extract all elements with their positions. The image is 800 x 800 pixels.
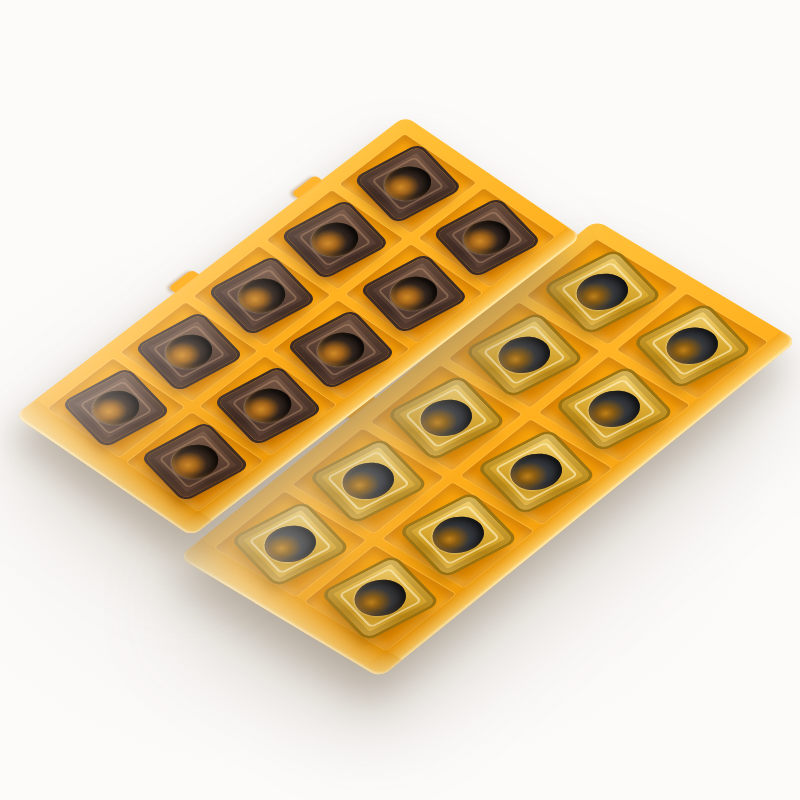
insert-center-hole [163,438,228,486]
gold-carbide-insert [391,378,502,458]
insert-center-hole [230,272,295,320]
photo-stage [0,0,800,800]
bronze-carbide-insert [284,202,385,277]
bronze-carbide-insert [357,146,458,221]
insert-center-hole [376,160,441,208]
gold-carbide-insert [637,306,748,386]
bronze-carbide-insert [436,200,537,275]
left-tray-latch-tab [168,270,200,294]
insert-center-hole [579,383,650,434]
insert-center-hole [382,270,447,318]
gold-carbide-insert [235,504,346,584]
gold-carbide-insert [481,432,592,512]
gold-carbide-insert [325,558,436,638]
gold-carbide-insert [547,252,658,332]
insert-center-hole [489,329,560,380]
insert-center-hole [255,518,326,569]
bronze-carbide-insert [290,312,391,387]
gold-carbide-insert [469,315,580,395]
bronze-carbide-insert [211,258,312,333]
insert-center-hole [303,216,368,264]
insert-center-hole [309,326,374,374]
insert-center-hole [236,382,301,430]
gold-carbide-insert [313,441,424,521]
gold-carbide-insert [403,495,514,575]
left-tray-latch-tab [291,175,323,199]
insert-center-hole [567,266,638,317]
insert-center-hole [333,455,404,506]
bronze-carbide-insert [217,368,318,443]
insert-center-hole [345,572,416,623]
insert-center-hole [455,214,520,262]
bronze-carbide-insert [144,424,245,499]
insert-center-hole [423,509,494,560]
insert-center-hole [657,320,728,371]
insert-center-hole [501,446,572,497]
insert-center-hole [84,384,149,432]
insert-center-hole [411,392,482,443]
insert-center-hole [157,328,222,376]
bronze-carbide-insert [363,256,464,331]
gold-carbide-insert [559,369,670,449]
bronze-carbide-insert [65,370,166,445]
bronze-carbide-insert [138,314,239,389]
